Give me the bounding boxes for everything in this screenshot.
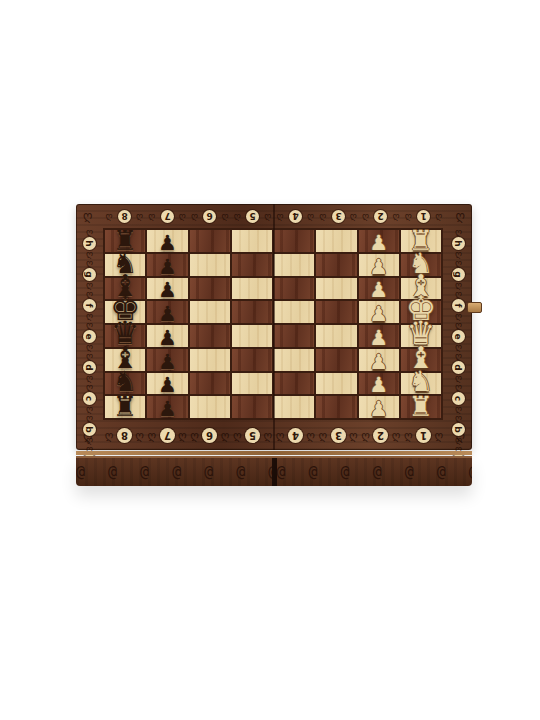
rank-label-6: 6 [203,210,216,223]
carved-scroll-ornament: ღ [435,430,444,441]
rank-label-6: 6 [202,428,217,443]
box-side-edge [76,451,472,455]
rank-label-2: 2 [374,210,387,223]
file-label-cell: ღgღ [445,259,472,290]
piece-black-pawn: ♟ [147,375,187,396]
rank-label-1: 1 [417,210,430,223]
carved-scroll-ornament: ღ [190,430,199,441]
piece-white-pawn: ♟ [359,399,399,420]
carved-scroll-ornament: ღ [178,430,187,441]
rank-label-cell: ღ2ღ [360,420,403,450]
square-g6 [190,254,230,276]
carved-scroll-ornament: ღ [319,212,326,221]
carved-scroll-ornament: ღ [86,259,93,268]
square-b1: ♞ [401,373,441,395]
carved-scroll-ornament: ღ [405,212,412,221]
carved-scroll-ornament: ღ [233,430,242,441]
square-b8: ♞ [105,373,145,395]
carved-scroll-ornament: ღ [350,212,357,221]
rank-label-4: 4 [289,210,302,223]
square-c3 [316,349,356,371]
carved-scroll-ornament: ღ [234,212,241,221]
square-e7: ♟ [147,301,187,323]
rank-label-cell: ღ8ღ [103,420,146,450]
carved-scroll-ornament: ღ [86,414,93,423]
file-label-f: f [83,299,96,312]
square-d4 [274,325,314,347]
piece-white-pawn: ♟ [359,233,399,254]
square-e4 [274,301,314,323]
carved-scroll-ornament: ღ [148,212,155,221]
rank-label-cell: ღ1ღ [402,420,445,450]
front-carving-left: @ @ @ @ @ @ @ @ @ [76,463,272,481]
square-e1: ♚ [401,301,441,323]
rank-label-cell: ღ7ღ [146,420,189,450]
square-b6 [190,373,230,395]
carved-corner-ornament: ღ [83,210,92,222]
file-label-cell: ღbღ [445,414,472,445]
rank-label-4: 4 [288,428,303,443]
carved-scroll-ornament: ღ [264,430,273,441]
file-label-cell: ღdღ [445,352,472,383]
square-b7: ♟ [147,373,187,395]
rank-label-8: 8 [118,210,131,223]
square-g7: ♟ [147,254,187,276]
rank-label-cell: ღ5ღ [231,204,274,228]
file-label-e: e [452,330,465,343]
square-d6 [190,325,230,347]
carved-scroll-ornament: ღ [106,212,113,221]
square-g3 [316,254,356,276]
square-f6 [190,278,230,300]
carved-scroll-ornament: ღ [362,212,369,221]
carved-scroll-ornament: ღ [221,430,230,441]
square-a3 [316,396,356,418]
square-c7: ♟ [147,349,187,371]
file-label-h: h [83,237,96,250]
square-d7: ♟ [147,325,187,347]
carved-scroll-ornament: ღ [105,430,114,441]
square-c2: ♟ [359,349,399,371]
square-h7: ♟ [147,230,187,252]
rank-label-cell: ღ4ღ [274,420,317,450]
piece-black-pawn: ♟ [147,280,187,301]
piece-black-bishop: ♝ [105,343,145,373]
file-label-h: h [452,237,465,250]
carved-scroll-ornament: ღ [86,228,93,237]
piece-black-rook: ♜ [105,393,145,420]
rank-label-8: 8 [117,428,132,443]
carved-scroll-ornament: ღ [455,352,462,361]
square-b4 [274,373,314,395]
square-h8: ♜ [105,230,145,252]
square-c8: ♝ [105,349,145,371]
piece-white-knight: ♞ [401,250,441,278]
carved-scroll-ornament: ღ [307,212,314,221]
piece-white-pawn: ♟ [359,304,399,325]
chess-board: ღ ღ ღ ღ ღ8ღღ7ღღ6ღღ5ღღ4ღღ3ღღ2ღღ1ღ ღ8ღღ7ღღ… [76,204,472,450]
piece-white-pawn: ♟ [359,375,399,396]
square-h2: ♟ [359,230,399,252]
rank-label-cell: ღ3ღ [317,420,360,450]
carved-scroll-ornament: ღ [277,212,284,221]
square-d5 [232,325,272,347]
square-c5 [232,349,272,371]
rank-label-5: 5 [246,210,259,223]
carved-scroll-ornament: ღ [455,228,462,237]
square-c6 [190,349,230,371]
file-label-c: c [452,392,465,405]
square-h3 [316,230,356,252]
file-label-cell: ღcღ [445,383,472,414]
piece-black-pawn: ♟ [147,304,187,325]
square-f1: ♝ [401,278,441,300]
file-label-cell: ღbღ [76,414,103,445]
piece-black-knight: ♞ [105,250,145,278]
square-h6 [190,230,230,252]
square-e3 [316,301,356,323]
chess-set-scene: ღ ღ ღ ღ ღ8ღღ7ღღ6ღღ5ღღ4ღღ3ღღ2ღღ1ღ ღ8ღღ7ღღ… [76,204,472,486]
file-label-cell: ღhღ [445,228,472,259]
file-label-g: g [83,268,96,281]
square-b3 [316,373,356,395]
carved-corner-ornament: ღ [456,210,465,222]
piece-white-rook: ♜ [401,227,441,254]
front-carving-right: @ @ @ @ @ @ @ @ @ [277,463,473,481]
carved-scroll-ornament: ღ [264,212,271,221]
square-f5 [232,278,272,300]
file-label-d: d [83,361,96,374]
file-label-e: e [83,330,96,343]
carved-scroll-ornament: ღ [318,430,327,441]
carved-scroll-ornament: ღ [349,430,358,441]
carved-scroll-ornament: ღ [86,290,93,299]
rank-label-2: 2 [373,428,388,443]
box-clasp [467,302,482,313]
file-label-g: g [452,268,465,281]
file-label-cell: ღhღ [76,228,103,259]
rank-label-cell: ღ5ღ [231,420,274,450]
rank-label-cell: ღ7ღ [146,204,189,228]
piece-black-bishop: ♝ [105,271,145,301]
square-a4 [274,396,314,418]
square-h1: ♜ [401,230,441,252]
piece-white-pawn: ♟ [359,257,399,278]
rank-label-cell: ღ1ღ [402,204,445,228]
square-c4 [274,349,314,371]
piece-white-bishop: ♝ [401,271,441,301]
piece-white-pawn: ♟ [359,280,399,301]
file-label-d: d [452,361,465,374]
square-d1: ♛ [401,325,441,347]
square-h5 [232,230,272,252]
square-a8: ♜ [105,396,145,418]
rank-label-cell: ღ6ღ [189,420,232,450]
file-label-f: f [452,299,465,312]
hinge-seam [273,204,275,450]
square-e6 [190,301,230,323]
rank-label-3: 3 [332,210,345,223]
carved-scroll-ornament: ღ [455,321,462,330]
rank-label-1: 1 [416,428,431,443]
square-e8: ♚ [105,301,145,323]
rank-label-5: 5 [245,428,260,443]
carved-scroll-ornament: ღ [455,414,462,423]
carved-scroll-ornament: ღ [392,430,401,441]
file-label-cell: ღfღ [76,290,103,321]
piece-white-pawn: ♟ [359,328,399,349]
file-label-b: b [83,423,96,436]
file-label-cell: ღdღ [76,352,103,383]
carved-scroll-ornament: ღ [306,430,315,441]
carved-scroll-ornament: ღ [147,430,156,441]
square-d8: ♛ [105,325,145,347]
file-label-b: b [452,423,465,436]
square-g8: ♞ [105,254,145,276]
square-f8: ♝ [105,278,145,300]
box-front-face: @ @ @ @ @ @ @ @ @ @ @ @ @ @ @ @ @ @ [76,456,472,486]
square-b2: ♟ [359,373,399,395]
carved-scroll-ornament: ღ [86,352,93,361]
carved-scroll-ornament: ღ [361,430,370,441]
product-photo-chess-set: ღ ღ ღ ღ ღ8ღღ7ღღ6ღღ5ღღ4ღღ3ღღ2ღღ1ღ ღ8ღღ7ღღ… [0,0,540,720]
file-labels-right-edge: ღhღღgღღfღღeღღdღღcღღbღღaღ [445,228,472,420]
square-d2: ♟ [359,325,399,347]
carved-scroll-ornament: ღ [276,430,285,441]
square-g2: ♟ [359,254,399,276]
piece-black-knight: ♞ [105,368,145,396]
rank-label-cell: ღ4ღ [274,204,317,228]
carved-scroll-ornament: ღ [136,212,143,221]
square-f3 [316,278,356,300]
rank-label-cell: ღ3ღ [317,204,360,228]
square-b5 [232,373,272,395]
square-e2: ♟ [359,301,399,323]
carved-scroll-ornament: ღ [435,212,442,221]
square-h4 [274,230,314,252]
file-label-c: c [83,392,96,405]
piece-black-rook: ♜ [105,227,145,254]
file-label-cell: ღcღ [76,383,103,414]
square-a5 [232,396,272,418]
rank-label-3: 3 [331,428,346,443]
square-g1: ♞ [401,254,441,276]
carved-scroll-ornament: ღ [86,383,93,392]
file-labels-left-edge: ღhღღgღღfღღeღღdღღcღღbღღaღ [76,228,103,420]
file-label-cell: ღgღ [76,259,103,290]
rank-label-cell: ღ2ღ [360,204,403,228]
square-a7: ♟ [147,396,187,418]
piece-white-bishop: ♝ [401,343,441,373]
carved-scroll-ornament: ღ [179,212,186,221]
square-c1: ♝ [401,349,441,371]
piece-black-pawn: ♟ [147,352,187,373]
carved-scroll-ornament: ღ [86,321,93,330]
carved-scroll-ornament: ღ [393,212,400,221]
piece-white-rook: ♜ [401,393,441,420]
square-f4 [274,278,314,300]
carved-scroll-ornament: ღ [404,430,413,441]
piece-black-pawn: ♟ [147,233,187,254]
carved-scroll-ornament: ღ [191,212,198,221]
square-a1: ♜ [401,396,441,418]
square-g4 [274,254,314,276]
piece-black-pawn: ♟ [147,257,187,278]
piece-black-pawn: ♟ [147,399,187,420]
piece-white-pawn: ♟ [359,352,399,373]
square-a2: ♟ [359,396,399,418]
rank-label-cell: ღ6ღ [189,204,232,228]
square-a6 [190,396,230,418]
carved-scroll-ornament: ღ [222,212,229,221]
file-label-cell: ღeღ [76,321,103,352]
carved-scroll-ornament: ღ [455,383,462,392]
piece-black-pawn: ♟ [147,328,187,349]
file-label-cell: ღeღ [445,321,472,352]
rank-label-cell: ღ8ღ [103,204,146,228]
square-e5 [232,301,272,323]
square-f7: ♟ [147,278,187,300]
carved-scroll-ornament: ღ [455,259,462,268]
square-d3 [316,325,356,347]
square-g5 [232,254,272,276]
piece-white-knight: ♞ [401,368,441,396]
square-f2: ♟ [359,278,399,300]
carved-scroll-ornament: ღ [135,430,144,441]
rank-label-7: 7 [161,210,174,223]
rank-label-7: 7 [160,428,175,443]
carved-scroll-ornament: ღ [455,290,462,299]
